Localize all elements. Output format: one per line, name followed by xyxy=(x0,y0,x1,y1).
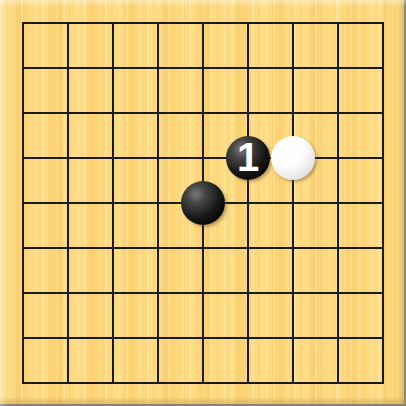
stone-black-E5 xyxy=(181,181,225,225)
move-number-label: 1 xyxy=(237,137,259,177)
stone-white-G6 xyxy=(271,136,315,180)
go-board: 1 xyxy=(0,0,406,406)
stones-layer: 1 xyxy=(1,1,406,406)
stone-black-F6: 1 xyxy=(226,136,270,180)
